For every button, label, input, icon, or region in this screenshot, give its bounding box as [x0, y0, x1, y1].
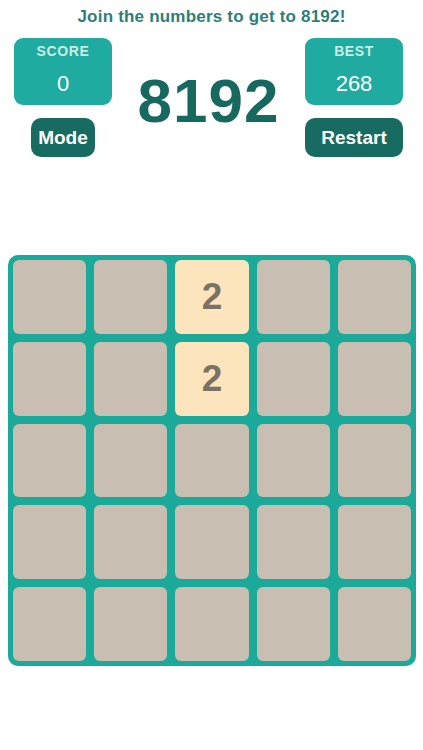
cell-empty	[257, 342, 330, 416]
tile-2: 2	[175, 342, 248, 416]
cell-empty	[338, 342, 411, 416]
cell-empty	[94, 505, 167, 579]
cell-empty	[175, 587, 248, 661]
score-column: SCORE 0 Mode	[14, 38, 112, 157]
best-box: BEST 268	[305, 38, 403, 105]
cell-empty	[338, 587, 411, 661]
header: SCORE 0 Mode 8192 BEST 268 Restart	[0, 38, 423, 157]
cell-empty	[338, 505, 411, 579]
page-subtitle: Join the numbers to get to 8192!	[0, 7, 423, 27]
cell-empty	[175, 424, 248, 498]
cell-empty	[13, 587, 86, 661]
game-board[interactable]: 22	[8, 255, 416, 666]
cell-empty	[257, 424, 330, 498]
cell-empty	[257, 505, 330, 579]
cell-empty	[13, 424, 86, 498]
cell-empty	[94, 587, 167, 661]
cell-empty	[13, 505, 86, 579]
cell-empty	[257, 260, 330, 334]
best-label: BEST	[334, 43, 374, 59]
cell-empty	[94, 260, 167, 334]
tile-2: 2	[175, 260, 248, 334]
cell-empty	[94, 424, 167, 498]
mode-button[interactable]: Mode	[31, 118, 95, 157]
app-title: 8192	[138, 70, 280, 132]
score-box: SCORE 0	[14, 38, 112, 105]
cell-empty	[257, 587, 330, 661]
app-window: Join the numbers to get to 8192! SCORE 0…	[0, 7, 423, 750]
best-value: 268	[336, 71, 373, 97]
score-label: SCORE	[37, 43, 90, 59]
cell-empty	[338, 424, 411, 498]
cell-empty	[13, 342, 86, 416]
cell-empty	[13, 260, 86, 334]
cell-empty	[338, 260, 411, 334]
cell-empty	[94, 342, 167, 416]
best-column: BEST 268 Restart	[305, 38, 403, 157]
cell-empty	[175, 505, 248, 579]
restart-button[interactable]: Restart	[305, 118, 403, 157]
score-value: 0	[57, 71, 69, 97]
